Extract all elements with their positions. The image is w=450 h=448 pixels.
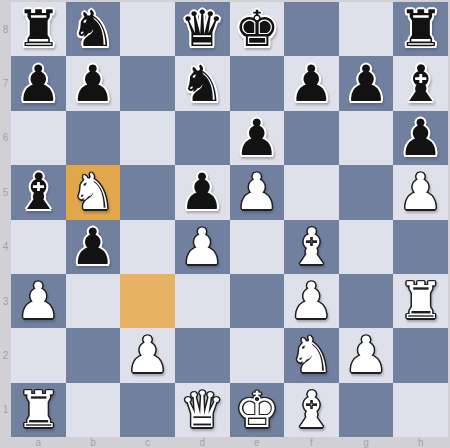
square-a3[interactable]: ♟ xyxy=(11,274,66,328)
square-b4[interactable]: ♟ xyxy=(66,220,121,274)
square-c6[interactable] xyxy=(120,111,175,165)
black-bishop[interactable]: ♝ xyxy=(16,167,61,217)
square-a2[interactable] xyxy=(11,328,66,382)
file-label-g: g xyxy=(339,437,394,448)
square-b2[interactable] xyxy=(66,328,121,382)
white-rook[interactable]: ♜ xyxy=(398,276,443,326)
square-h2[interactable] xyxy=(393,328,448,382)
black-queen[interactable]: ♛ xyxy=(180,4,225,54)
file-coordinates: abcdefgh xyxy=(11,437,448,448)
black-pawn[interactable]: ♟ xyxy=(234,113,279,163)
square-e6[interactable]: ♟ xyxy=(230,111,285,165)
square-b1[interactable] xyxy=(66,383,121,437)
square-d2[interactable] xyxy=(175,328,230,382)
square-d3[interactable] xyxy=(175,274,230,328)
square-g1[interactable] xyxy=(339,383,394,437)
rank-label-7: 7 xyxy=(0,56,11,110)
square-c4[interactable] xyxy=(120,220,175,274)
rank-coordinates: 87654321 xyxy=(0,2,11,437)
square-d7[interactable]: ♞ xyxy=(175,56,230,110)
white-pawn[interactable]: ♟ xyxy=(344,330,389,380)
square-g4[interactable] xyxy=(339,220,394,274)
rank-label-6: 6 xyxy=(0,111,11,165)
rank-label-8: 8 xyxy=(0,2,11,56)
black-king[interactable]: ♚ xyxy=(234,4,279,54)
square-f7[interactable]: ♟ xyxy=(284,56,339,110)
square-g6[interactable] xyxy=(339,111,394,165)
black-rook[interactable]: ♜ xyxy=(16,4,61,54)
square-e8[interactable]: ♚ xyxy=(230,2,285,56)
square-h3[interactable]: ♜ xyxy=(393,274,448,328)
square-b3[interactable] xyxy=(66,274,121,328)
rank-label-3: 3 xyxy=(0,274,11,328)
white-bishop[interactable]: ♝ xyxy=(289,222,334,272)
rank-label-2: 2 xyxy=(0,328,11,382)
black-pawn[interactable]: ♟ xyxy=(289,59,334,109)
square-h6[interactable]: ♟ xyxy=(393,111,448,165)
square-a8[interactable]: ♜ xyxy=(11,2,66,56)
square-e4[interactable] xyxy=(230,220,285,274)
square-a5[interactable]: ♝ xyxy=(11,165,66,219)
square-h8[interactable]: ♜ xyxy=(393,2,448,56)
white-pawn[interactable]: ♟ xyxy=(180,222,225,272)
square-f3[interactable]: ♟ xyxy=(284,274,339,328)
square-d8[interactable]: ♛ xyxy=(175,2,230,56)
black-bishop[interactable]: ♝ xyxy=(398,59,443,109)
square-d4[interactable]: ♟ xyxy=(175,220,230,274)
white-bishop[interactable]: ♝ xyxy=(289,385,334,435)
black-pawn[interactable]: ♟ xyxy=(344,59,389,109)
file-label-f: f xyxy=(284,437,339,448)
white-pawn[interactable]: ♟ xyxy=(398,167,443,217)
square-b5[interactable]: ♞ xyxy=(66,165,121,219)
file-label-c: c xyxy=(120,437,175,448)
white-rook[interactable]: ♜ xyxy=(16,385,61,435)
black-pawn[interactable]: ♟ xyxy=(398,113,443,163)
white-knight[interactable]: ♞ xyxy=(71,167,116,217)
square-h1[interactable] xyxy=(393,383,448,437)
square-e7[interactable] xyxy=(230,56,285,110)
black-knight[interactable]: ♞ xyxy=(180,59,225,109)
square-g2[interactable]: ♟ xyxy=(339,328,394,382)
black-pawn[interactable]: ♟ xyxy=(180,167,225,217)
square-f8[interactable] xyxy=(284,2,339,56)
rank-label-4: 4 xyxy=(0,220,11,274)
square-b7[interactable]: ♟ xyxy=(66,56,121,110)
square-d6[interactable] xyxy=(175,111,230,165)
square-a4[interactable] xyxy=(11,220,66,274)
square-h5[interactable]: ♟ xyxy=(393,165,448,219)
square-g7[interactable]: ♟ xyxy=(339,56,394,110)
file-label-h: h xyxy=(393,437,448,448)
white-knight[interactable]: ♞ xyxy=(289,330,334,380)
square-h7[interactable]: ♝ xyxy=(393,56,448,110)
square-a1[interactable]: ♜ xyxy=(11,383,66,437)
square-g5[interactable] xyxy=(339,165,394,219)
square-f2[interactable]: ♞ xyxy=(284,328,339,382)
square-d1[interactable]: ♛ xyxy=(175,383,230,437)
square-d5[interactable]: ♟ xyxy=(175,165,230,219)
square-h4[interactable] xyxy=(393,220,448,274)
square-e1[interactable]: ♚ xyxy=(230,383,285,437)
square-c1[interactable] xyxy=(120,383,175,437)
white-king[interactable]: ♚ xyxy=(234,385,279,435)
white-pawn[interactable]: ♟ xyxy=(234,167,279,217)
black-knight[interactable]: ♞ xyxy=(71,4,116,54)
square-b8[interactable]: ♞ xyxy=(66,2,121,56)
square-f5[interactable] xyxy=(284,165,339,219)
square-c7[interactable] xyxy=(120,56,175,110)
white-pawn[interactable]: ♟ xyxy=(289,276,334,326)
square-e5[interactable]: ♟ xyxy=(230,165,285,219)
square-b6[interactable] xyxy=(66,111,121,165)
black-rook[interactable]: ♜ xyxy=(398,4,443,54)
white-queen[interactable]: ♛ xyxy=(180,385,225,435)
file-label-d: d xyxy=(175,437,230,448)
square-g8[interactable] xyxy=(339,2,394,56)
file-label-b: b xyxy=(66,437,121,448)
rank-label-5: 5 xyxy=(0,165,11,219)
file-label-a: a xyxy=(11,437,66,448)
square-c3[interactable] xyxy=(120,274,175,328)
square-c2[interactable]: ♟ xyxy=(120,328,175,382)
rank-label-1: 1 xyxy=(0,383,11,437)
file-label-e: e xyxy=(230,437,285,448)
square-e3[interactable] xyxy=(230,274,285,328)
white-pawn[interactable]: ♟ xyxy=(16,276,61,326)
square-a7[interactable]: ♟ xyxy=(11,56,66,110)
black-pawn[interactable]: ♟ xyxy=(71,59,116,109)
square-f6[interactable] xyxy=(284,111,339,165)
black-pawn[interactable]: ♟ xyxy=(71,222,116,272)
square-c8[interactable] xyxy=(120,2,175,56)
black-pawn[interactable]: ♟ xyxy=(16,59,61,109)
square-f4[interactable]: ♝ xyxy=(284,220,339,274)
white-pawn[interactable]: ♟ xyxy=(125,330,170,380)
square-e2[interactable] xyxy=(230,328,285,382)
square-c5[interactable] xyxy=(120,165,175,219)
square-f1[interactable]: ♝ xyxy=(284,383,339,437)
square-a6[interactable] xyxy=(11,111,66,165)
square-g3[interactable] xyxy=(339,274,394,328)
chess-board: ♜♞♛♚♜♟♟♞♟♟♝♟♟♝♞♟♟♟♟♟♝♟♟♜♟♞♟♜♛♚♝ xyxy=(11,2,448,437)
